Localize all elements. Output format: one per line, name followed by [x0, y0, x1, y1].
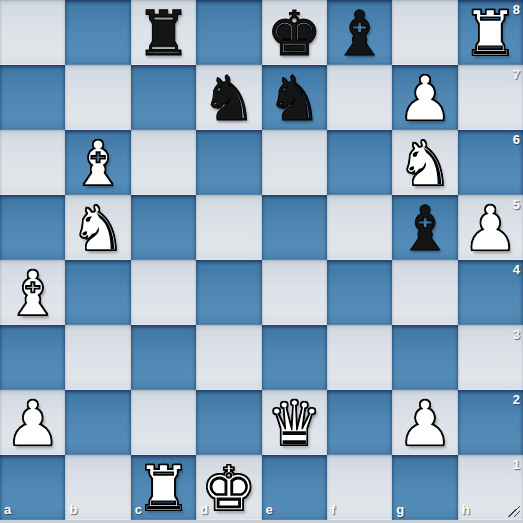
rank-label: 6	[513, 132, 520, 147]
square-d5[interactable]	[196, 195, 261, 260]
square-f7[interactable]	[327, 65, 392, 130]
square-h3[interactable]: 3	[458, 325, 523, 390]
file-label: f	[331, 502, 335, 517]
square-f8[interactable]: ♝	[327, 0, 392, 65]
square-b7[interactable]	[65, 65, 130, 130]
square-g2[interactable]: ♟	[392, 390, 457, 455]
square-e2[interactable]: ♛	[262, 390, 327, 455]
piece-black-king[interactable]: ♚	[266, 3, 322, 65]
square-c7[interactable]	[131, 65, 196, 130]
square-b2[interactable]	[65, 390, 130, 455]
square-h6[interactable]: 6	[458, 130, 523, 195]
piece-white-knight[interactable]: ♞	[70, 198, 126, 260]
square-d3[interactable]	[196, 325, 261, 390]
square-a2[interactable]: ♟	[0, 390, 65, 455]
square-c4[interactable]	[131, 260, 196, 325]
file-label: b	[69, 502, 77, 517]
square-d1[interactable]: d♚	[196, 455, 261, 520]
square-d2[interactable]	[196, 390, 261, 455]
square-h2[interactable]: 2	[458, 390, 523, 455]
piece-white-knight[interactable]: ♞	[397, 133, 453, 195]
square-e7[interactable]: ♞	[262, 65, 327, 130]
square-a7[interactable]	[0, 65, 65, 130]
piece-black-bishop[interactable]: ♝	[332, 3, 388, 65]
rank-label: 1	[513, 457, 520, 472]
square-h1[interactable]: 1h	[458, 455, 523, 520]
rank-label: 2	[513, 392, 520, 407]
rank-label: 4	[513, 262, 520, 277]
square-e3[interactable]	[262, 325, 327, 390]
resize-handle-icon[interactable]	[508, 505, 520, 517]
piece-white-queen[interactable]: ♛	[266, 393, 322, 455]
square-c2[interactable]	[131, 390, 196, 455]
piece-black-knight[interactable]: ♞	[201, 68, 257, 130]
square-f4[interactable]	[327, 260, 392, 325]
square-c5[interactable]	[131, 195, 196, 260]
square-a5[interactable]	[0, 195, 65, 260]
piece-white-bishop[interactable]: ♝	[70, 133, 126, 195]
square-a6[interactable]	[0, 130, 65, 195]
piece-white-pawn[interactable]: ♟	[5, 393, 61, 455]
square-a3[interactable]	[0, 325, 65, 390]
piece-white-king[interactable]: ♚	[201, 458, 257, 520]
square-e6[interactable]	[262, 130, 327, 195]
rank-label: 3	[513, 327, 520, 342]
piece-black-bishop[interactable]: ♝	[397, 198, 453, 260]
square-g4[interactable]	[392, 260, 457, 325]
square-g6[interactable]: ♞	[392, 130, 457, 195]
file-label: e	[266, 502, 273, 517]
file-label: g	[396, 502, 404, 517]
square-a8[interactable]	[0, 0, 65, 65]
square-d4[interactable]	[196, 260, 261, 325]
piece-white-rook[interactable]: ♜	[463, 3, 519, 65]
piece-white-rook[interactable]: ♜	[136, 458, 192, 520]
square-b1[interactable]: b	[65, 455, 130, 520]
piece-white-bishop[interactable]: ♝	[5, 263, 61, 325]
square-g7[interactable]: ♟	[392, 65, 457, 130]
square-f5[interactable]	[327, 195, 392, 260]
piece-black-rook[interactable]: ♜	[136, 3, 192, 65]
chess-board: ♜♚♝8♜♞♞♟7♝♞6♞♝5♟♝43♟♛♟2abc♜d♚efg1h	[0, 0, 523, 523]
piece-black-knight[interactable]: ♞	[266, 68, 322, 130]
square-c8[interactable]: ♜	[131, 0, 196, 65]
piece-white-pawn[interactable]: ♟	[463, 198, 519, 260]
square-e1[interactable]: e	[262, 455, 327, 520]
square-e8[interactable]: ♚	[262, 0, 327, 65]
square-g3[interactable]	[392, 325, 457, 390]
square-e5[interactable]	[262, 195, 327, 260]
piece-white-pawn[interactable]: ♟	[397, 393, 453, 455]
square-b6[interactable]: ♝	[65, 130, 130, 195]
square-a1[interactable]: a	[0, 455, 65, 520]
square-a4[interactable]: ♝	[0, 260, 65, 325]
rank-label: 7	[513, 67, 520, 82]
square-c3[interactable]	[131, 325, 196, 390]
square-f2[interactable]	[327, 390, 392, 455]
file-label: h	[462, 502, 470, 517]
square-b5[interactable]: ♞	[65, 195, 130, 260]
square-c6[interactable]	[131, 130, 196, 195]
square-b3[interactable]	[65, 325, 130, 390]
square-h8[interactable]: 8♜	[458, 0, 523, 65]
square-f3[interactable]	[327, 325, 392, 390]
square-g5[interactable]: ♝	[392, 195, 457, 260]
square-d8[interactable]	[196, 0, 261, 65]
square-g1[interactable]: g	[392, 455, 457, 520]
square-b4[interactable]	[65, 260, 130, 325]
square-d7[interactable]: ♞	[196, 65, 261, 130]
square-b8[interactable]	[65, 0, 130, 65]
square-e4[interactable]	[262, 260, 327, 325]
square-h7[interactable]: 7	[458, 65, 523, 130]
piece-white-pawn[interactable]: ♟	[397, 68, 453, 130]
file-label: a	[4, 502, 11, 517]
square-f6[interactable]	[327, 130, 392, 195]
square-h5[interactable]: 5♟	[458, 195, 523, 260]
square-g8[interactable]	[392, 0, 457, 65]
square-d6[interactable]	[196, 130, 261, 195]
square-h4[interactable]: 4	[458, 260, 523, 325]
square-f1[interactable]: f	[327, 455, 392, 520]
square-c1[interactable]: c♜	[131, 455, 196, 520]
